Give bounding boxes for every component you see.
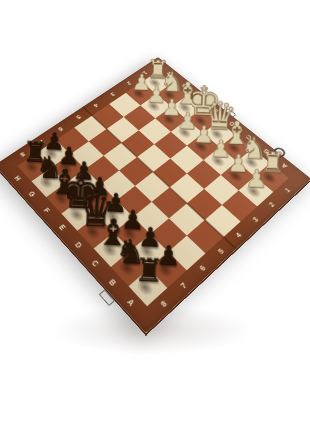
file-label-g-bottom: G <box>27 190 36 198</box>
rank-label-4-right: 4 <box>234 231 242 239</box>
rank-label-5-left: 5 <box>75 114 82 120</box>
file-label-e-bottom: E <box>58 223 67 231</box>
file-label-b-bottom: B <box>108 278 118 287</box>
rank-label-3-left: 3 <box>109 91 116 96</box>
rank-label-5-right: 5 <box>217 247 226 255</box>
file-label-a-bottom: A <box>126 298 136 308</box>
file-label-h-bottom: H <box>13 175 22 182</box>
file-label-d-bottom: D <box>74 241 84 250</box>
rank-label-8-right: 8 <box>159 299 168 308</box>
file-label-f-bottom: F <box>43 207 52 214</box>
rank-label-6-right: 6 <box>198 264 207 272</box>
file-label-c-bottom: C <box>90 259 100 268</box>
rank-label-1-right: 1 <box>283 187 291 194</box>
white-pawn-a2[interactable]: ♟ <box>244 144 270 192</box>
chess-board[interactable]: HHGGFFEEDDCCBBAA1122334455667788♜♞♝♛♚♝♞♜… <box>0 57 310 333</box>
rank-label-3-right: 3 <box>251 216 259 223</box>
product-photo: HHGGFFEEDDCCBBAA1122334455667788♜♞♝♛♚♝♞♜… <box>0 0 310 430</box>
rank-label-2-right: 2 <box>268 201 276 208</box>
rank-label-7-right: 7 <box>179 281 188 290</box>
rank-label-4-left: 4 <box>93 103 100 109</box>
black-rook-a8[interactable]: ♜ <box>134 234 164 288</box>
